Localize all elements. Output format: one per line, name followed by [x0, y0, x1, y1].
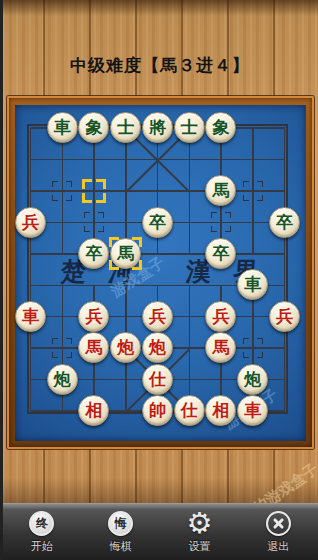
start-button[interactable]: 终 开始 [3, 504, 82, 560]
piece-red-兵[interactable]: 兵 [205, 301, 236, 332]
piece-black-將[interactable]: 將 [142, 112, 173, 143]
board-point-r0c7[interactable] [237, 112, 269, 143]
board-point-r8c4[interactable]: 仕 [142, 364, 174, 395]
piece-red-仕[interactable]: 仕 [142, 364, 173, 395]
start-label: 开始 [31, 539, 53, 554]
board-point-r1c1[interactable] [46, 143, 78, 174]
piece-red-馬[interactable]: 馬 [78, 332, 109, 363]
board-point-r1c5[interactable] [173, 143, 205, 174]
board-point-r5c8[interactable] [269, 269, 301, 300]
board-point-r7c2[interactable]: 馬 [78, 332, 110, 363]
board-point-r8c5[interactable] [173, 364, 205, 395]
board-point-r3c1[interactable] [46, 206, 78, 237]
piece-black-馬[interactable]: 馬 [110, 238, 141, 269]
board-point-r7c7[interactable] [237, 332, 269, 363]
board-point-r5c4[interactable] [142, 269, 174, 300]
board-point-r8c2[interactable] [78, 364, 110, 395]
board-point-r8c8[interactable] [269, 364, 301, 395]
piece-red-相[interactable]: 相 [78, 395, 109, 426]
board-point-r9c0[interactable] [15, 395, 47, 426]
piece-red-兵[interactable]: 兵 [269, 301, 300, 332]
board-point-r2c8[interactable] [269, 175, 301, 206]
board-point-r6c2[interactable]: 兵 [78, 301, 110, 332]
board-point-r4c3[interactable]: 馬 [110, 238, 142, 269]
start-piece-icon: 终 [29, 511, 54, 536]
piece-black-車[interactable]: 車 [237, 269, 268, 300]
exit-button[interactable]: 退出 [239, 504, 318, 560]
xiangqi-app: 中级难度【馬３进４】 楚 河 漢 界 游戏盒子 游戏盒子 好玩的游戏盒子 車象士… [3, 0, 318, 560]
board-point-r6c5[interactable] [173, 301, 205, 332]
piece-black-炮[interactable]: 炮 [47, 364, 78, 395]
board-point-r0c8[interactable] [269, 112, 301, 143]
board-point-r3c8[interactable]: 卒 [269, 206, 301, 237]
board-point-r4c8[interactable] [269, 238, 301, 269]
board-point-r9c7[interactable]: 車 [237, 395, 269, 426]
board-point-r6c6[interactable]: 兵 [205, 301, 237, 332]
board-point-r0c0[interactable] [15, 112, 47, 143]
board-point-r0c2[interactable]: 象 [78, 112, 110, 143]
piece-red-仕[interactable]: 仕 [174, 395, 205, 426]
piece-red-馬[interactable]: 馬 [205, 332, 236, 363]
board-point-r0c5[interactable]: 士 [173, 112, 205, 143]
piece-red-帥[interactable]: 帥 [142, 395, 173, 426]
board-point-r1c4[interactable] [142, 143, 174, 174]
board-point-r6c8[interactable]: 兵 [269, 301, 301, 332]
piece-black-車[interactable]: 車 [47, 112, 78, 143]
board-point-r2c2[interactable] [78, 175, 110, 206]
board-point-r2c1[interactable] [46, 175, 78, 206]
close-circle-icon [266, 511, 291, 536]
board-point-r1c2[interactable] [78, 143, 110, 174]
piece-red-炮[interactable]: 炮 [110, 332, 141, 363]
board-point-r9c5[interactable]: 仕 [173, 395, 205, 426]
board-point-r7c6[interactable]: 馬 [205, 332, 237, 363]
board-point-r3c3[interactable] [110, 206, 142, 237]
board-point-r4c4[interactable] [142, 238, 174, 269]
piece-black-卒[interactable]: 卒 [78, 238, 109, 269]
board-point-r5c1[interactable] [46, 269, 78, 300]
board-point-r6c0[interactable]: 車 [15, 301, 47, 332]
piece-red-兵[interactable]: 兵 [15, 207, 46, 238]
board-point-r9c1[interactable] [46, 395, 78, 426]
piece-red-兵[interactable]: 兵 [142, 301, 173, 332]
board-point-r6c4[interactable]: 兵 [142, 301, 174, 332]
board-point-r7c0[interactable] [15, 332, 47, 363]
piece-black-象[interactable]: 象 [205, 112, 236, 143]
settings-button[interactable]: ⚙ 设置 [160, 504, 239, 560]
board-point-r8c7[interactable]: 炮 [237, 364, 269, 395]
board-point-r3c5[interactable] [173, 206, 205, 237]
board-point-r0c6[interactable]: 象 [205, 112, 237, 143]
gear-icon: ⚙ [186, 511, 212, 536]
board-point-r7c1[interactable] [46, 332, 78, 363]
board-point-r6c7[interactable] [237, 301, 269, 332]
bottom-toolbar: 终 开始 悔 悔棋 ⚙ 设置 退出 [3, 503, 318, 560]
piece-red-炮[interactable]: 炮 [142, 332, 173, 363]
board-point-r2c4[interactable] [142, 175, 174, 206]
board-point-r4c1[interactable] [46, 238, 78, 269]
board-point-r5c3[interactable] [110, 269, 142, 300]
board-point-r6c1[interactable] [46, 301, 78, 332]
piece-black-炮[interactable]: 炮 [237, 364, 268, 395]
board-point-r2c3[interactable] [110, 175, 142, 206]
page-title: 中级难度【馬３进４】 [3, 54, 318, 77]
board-point-r9c3[interactable] [110, 395, 142, 426]
board-point-r3c0[interactable]: 兵 [15, 206, 47, 237]
board-point-r4c2[interactable]: 卒 [78, 238, 110, 269]
board-point-r4c6[interactable]: 卒 [205, 238, 237, 269]
board-point-r7c8[interactable] [269, 332, 301, 363]
board-point-r3c6[interactable] [205, 206, 237, 237]
board-point-r1c8[interactable] [269, 143, 301, 174]
piece-black-卒[interactable]: 卒 [205, 238, 236, 269]
board-point-r7c4[interactable]: 炮 [142, 332, 174, 363]
undo-label: 悔棋 [110, 539, 132, 554]
board-point-r7c3[interactable]: 炮 [110, 332, 142, 363]
board-point-r1c0[interactable] [15, 143, 47, 174]
piece-black-卒[interactable]: 卒 [142, 207, 173, 238]
board-point-r5c6[interactable] [205, 269, 237, 300]
board-point-r8c3[interactable] [110, 364, 142, 395]
piece-red-車[interactable]: 車 [237, 395, 268, 426]
board-point-r3c4[interactable]: 卒 [142, 206, 174, 237]
board-point-r0c4[interactable]: 將 [142, 112, 174, 143]
board-point-r9c8[interactable] [269, 395, 301, 426]
board-point-r5c0[interactable] [15, 269, 47, 300]
board-point-r8c6[interactable] [205, 364, 237, 395]
board-point-r4c5[interactable] [173, 238, 205, 269]
board-point-r3c7[interactable] [237, 206, 269, 237]
board-point-r8c0[interactable] [15, 364, 47, 395]
board-point-r5c2[interactable] [78, 269, 110, 300]
board-point-r2c5[interactable] [173, 175, 205, 206]
exit-label: 退出 [267, 539, 289, 554]
board-point-r1c3[interactable] [110, 143, 142, 174]
board-point-r8c1[interactable]: 炮 [46, 364, 78, 395]
board-point-r1c7[interactable] [237, 143, 269, 174]
board-point-r0c3[interactable]: 士 [110, 112, 142, 143]
board-point-r9c6[interactable]: 相 [205, 395, 237, 426]
board-point-r3c2[interactable] [78, 206, 110, 237]
piece-red-相[interactable]: 相 [205, 395, 236, 426]
board-point-r2c7[interactable] [237, 175, 269, 206]
settings-label: 设置 [188, 539, 210, 554]
move-origin-marker [82, 179, 106, 203]
piece-black-卒[interactable]: 卒 [269, 207, 300, 238]
piece-black-士[interactable]: 士 [110, 112, 141, 143]
undo-piece-icon: 悔 [108, 511, 133, 536]
board-point-r9c2[interactable]: 相 [78, 395, 110, 426]
board-point-r0c1[interactable]: 車 [46, 112, 78, 143]
piece-red-車[interactable]: 車 [15, 301, 46, 332]
board-point-r6c3[interactable] [110, 301, 142, 332]
piece-black-馬[interactable]: 馬 [205, 175, 236, 206]
piece-black-象[interactable]: 象 [78, 112, 109, 143]
xiangqi-board[interactable]: 車象士將士象馬兵卒卒卒馬卒車車兵兵兵兵馬炮炮馬炮仕炮相帥仕相車 [15, 112, 301, 426]
board-point-r5c5[interactable] [173, 269, 205, 300]
board-point-r1c6[interactable] [205, 143, 237, 174]
board-point-r2c0[interactable] [15, 175, 47, 206]
board-point-r5c7[interactable]: 車 [237, 269, 269, 300]
board-point-r9c4[interactable]: 帥 [142, 395, 174, 426]
board-point-r2c6[interactable]: 馬 [205, 175, 237, 206]
board-point-r7c5[interactable] [173, 332, 205, 363]
piece-black-士[interactable]: 士 [174, 112, 205, 143]
undo-button[interactable]: 悔 悔棋 [81, 504, 160, 560]
piece-red-兵[interactable]: 兵 [78, 301, 109, 332]
board-point-r4c0[interactable] [15, 238, 47, 269]
board-point-r4c7[interactable] [237, 238, 269, 269]
